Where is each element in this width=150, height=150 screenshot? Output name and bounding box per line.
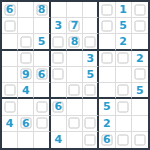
cell-r8c6[interactable] [83, 116, 99, 132]
cell-r6c8[interactable] [116, 83, 132, 99]
sudoku-board: 68137558232965456546246 [0, 0, 150, 150]
given-digit: 9 [22, 69, 30, 80]
given-digit: 6 [6, 4, 14, 15]
given-digit: 8 [38, 4, 46, 15]
cell-r6c5[interactable] [67, 83, 83, 99]
high-digit-square-marker [20, 53, 31, 64]
high-digit-square-marker [118, 85, 129, 96]
cell-r2c6[interactable] [83, 18, 99, 34]
given-digit: 5 [136, 85, 144, 96]
given-digit: 4 [6, 118, 14, 129]
high-digit-square-marker [4, 20, 15, 31]
cell-r6c7[interactable] [99, 83, 115, 99]
high-digit-square-marker [101, 4, 112, 15]
given-digit: 3 [86, 53, 94, 64]
cell-r6c6[interactable] [83, 83, 99, 99]
high-digit-square-marker [134, 20, 145, 31]
cell-r3c5[interactable]: 8 [67, 34, 83, 50]
cell-r1c6[interactable] [83, 2, 99, 18]
given-digit: 6 [103, 134, 111, 145]
cell-r3c1[interactable] [2, 34, 18, 50]
cell-r9c3[interactable] [34, 132, 50, 148]
cell-r5c3[interactable]: 6 [34, 67, 50, 83]
high-digit-square-marker [118, 53, 129, 64]
cell-r9c7[interactable]: 6 [99, 132, 115, 148]
high-digit-square-marker [101, 20, 112, 31]
cell-r5c9[interactable] [132, 67, 148, 83]
high-digit-square-marker [101, 53, 112, 64]
given-digit: 7 [71, 20, 79, 31]
cell-r4c8[interactable] [116, 51, 132, 67]
given-digit: 2 [119, 36, 127, 47]
cell-r5c6[interactable]: 5 [83, 67, 99, 83]
cell-r4c5[interactable] [67, 51, 83, 67]
cell-r8c4[interactable] [51, 116, 67, 132]
cell-r4c3[interactable] [34, 51, 50, 67]
given-digit: 8 [71, 36, 79, 47]
cell-r8c5[interactable] [67, 116, 83, 132]
cell-r8c8[interactable] [116, 116, 132, 132]
cell-r9c6[interactable] [83, 132, 99, 148]
cell-r2c1[interactable] [2, 18, 18, 34]
given-digit: 4 [22, 85, 30, 96]
cell-r2c4[interactable]: 3 [51, 18, 67, 34]
given-digit: 5 [103, 101, 111, 112]
cell-r4c7[interactable] [99, 51, 115, 67]
cell-r7c4[interactable]: 6 [51, 99, 67, 115]
cell-r8c1[interactable]: 4 [2, 116, 18, 132]
cell-r8c2[interactable]: 6 [18, 116, 34, 132]
cell-r7c8[interactable] [116, 99, 132, 115]
cell-r3c8[interactable]: 2 [116, 34, 132, 50]
cell-r2c5[interactable]: 7 [67, 18, 83, 34]
given-digit: 5 [119, 20, 127, 31]
cell-r1c9[interactable] [132, 2, 148, 18]
cell-r9c4[interactable]: 4 [51, 132, 67, 148]
given-digit: 6 [54, 101, 62, 112]
high-digit-square-marker [69, 85, 80, 96]
given-digit: 6 [22, 118, 30, 129]
cell-r4c1[interactable] [2, 51, 18, 67]
high-digit-square-marker [85, 85, 96, 96]
given-digit: 3 [54, 20, 62, 31]
cell-r7c5[interactable] [67, 99, 83, 115]
cell-r6c1[interactable] [2, 83, 18, 99]
cell-r4c2[interactable] [18, 51, 34, 67]
cell-r9c9[interactable] [132, 132, 148, 148]
cell-r4c6[interactable]: 3 [83, 51, 99, 67]
given-digit: 6 [38, 69, 46, 80]
high-digit-square-marker [85, 134, 96, 145]
cell-r7c6[interactable] [83, 99, 99, 115]
high-digit-square-marker [134, 69, 145, 80]
cell-r2c2[interactable] [18, 18, 34, 34]
cell-r5c7[interactable] [99, 67, 115, 83]
cell-r6c2[interactable]: 4 [18, 83, 34, 99]
cell-r2c7[interactable] [99, 18, 115, 34]
high-digit-square-marker [118, 134, 129, 145]
cell-r3c4[interactable] [51, 34, 67, 50]
cell-r7c3[interactable] [34, 99, 50, 115]
cell-r3c6[interactable] [83, 34, 99, 50]
cell-r6c9[interactable]: 5 [132, 83, 148, 99]
high-digit-square-marker [118, 101, 129, 112]
cell-r5c4[interactable] [51, 67, 67, 83]
high-digit-square-marker [4, 101, 15, 112]
cell-r5c2[interactable]: 9 [18, 67, 34, 83]
high-digit-square-marker [53, 36, 64, 47]
cell-r8c7[interactable]: 2 [99, 116, 115, 132]
cell-r7c9[interactable] [132, 99, 148, 115]
cell-r6c4[interactable] [51, 83, 67, 99]
cell-r7c1[interactable] [2, 99, 18, 115]
cell-r2c8[interactable]: 5 [116, 18, 132, 34]
cell-r6c3[interactable] [34, 83, 50, 99]
cell-r3c2[interactable] [18, 34, 34, 50]
cell-r3c7[interactable] [99, 34, 115, 50]
high-digit-square-marker [20, 36, 31, 47]
cell-r9c5[interactable] [67, 132, 83, 148]
high-digit-square-marker [69, 118, 80, 129]
cell-r4c4[interactable] [51, 51, 67, 67]
given-digit: 2 [103, 118, 111, 129]
high-digit-square-marker [53, 69, 64, 80]
cell-r1c3[interactable]: 8 [34, 2, 50, 18]
high-digit-square-marker [134, 134, 145, 145]
cell-r1c2[interactable] [18, 2, 34, 18]
cell-r9c1[interactable] [2, 132, 18, 148]
given-digit: 2 [136, 53, 144, 64]
given-digit: 4 [54, 134, 62, 145]
high-digit-square-marker [4, 85, 15, 96]
cell-r5c1[interactable] [2, 67, 18, 83]
cell-r7c7[interactable]: 5 [99, 99, 115, 115]
cell-r1c4[interactable] [51, 2, 67, 18]
high-digit-square-marker [134, 4, 145, 15]
high-digit-square-marker [53, 53, 64, 64]
cell-r2c3[interactable] [34, 18, 50, 34]
cell-r4c9[interactable]: 2 [132, 51, 148, 67]
cell-r3c9[interactable] [132, 34, 148, 50]
cell-r8c3[interactable] [34, 116, 50, 132]
cell-r2c9[interactable] [132, 18, 148, 34]
high-digit-square-marker [85, 118, 96, 129]
cell-r8c9[interactable] [132, 116, 148, 132]
given-digit: 5 [38, 36, 46, 47]
cell-r5c8[interactable] [116, 67, 132, 83]
cell-r9c8[interactable] [116, 132, 132, 148]
high-digit-square-marker [85, 36, 96, 47]
cell-r5c5[interactable] [67, 67, 83, 83]
given-digit: 5 [86, 69, 94, 80]
high-digit-square-marker [36, 101, 47, 112]
cell-r3c3[interactable]: 5 [34, 34, 50, 50]
cell-r1c5[interactable] [67, 2, 83, 18]
cell-r1c8[interactable]: 1 [116, 2, 132, 18]
cell-r7c2[interactable] [18, 99, 34, 115]
high-digit-square-marker [36, 118, 47, 129]
given-digit: 1 [119, 4, 127, 15]
cell-r9c2[interactable] [18, 132, 34, 148]
cell-r1c1[interactable]: 6 [2, 2, 18, 18]
cell-r1c7[interactable] [99, 2, 115, 18]
